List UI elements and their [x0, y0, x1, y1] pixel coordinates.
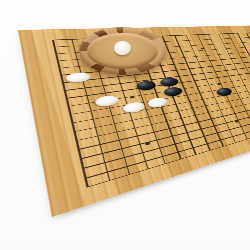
white-stone — [94, 95, 119, 108]
star-point — [130, 96, 135, 99]
black-stone — [215, 87, 233, 97]
white-stone — [146, 97, 168, 109]
star-point — [235, 120, 239, 123]
stone-bowl-lid — [79, 27, 166, 75]
black-stone — [159, 77, 180, 87]
photo-background — [0, 0, 250, 250]
star-point — [217, 83, 221, 85]
black-stone — [163, 86, 184, 97]
star-point — [201, 48, 205, 50]
black-stone — [135, 80, 157, 91]
white-stone — [122, 101, 146, 114]
white-stone-in-bowl — [114, 41, 131, 55]
star-point — [145, 142, 151, 146]
